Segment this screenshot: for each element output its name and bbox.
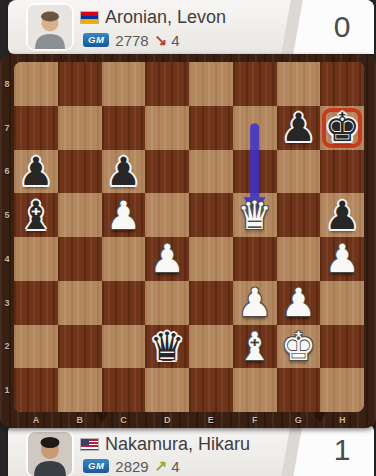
- piece-white-pawn-f3[interactable]: ♟: [233, 281, 277, 325]
- square-c1[interactable]: [102, 368, 146, 412]
- square-b7[interactable]: [58, 106, 102, 150]
- rating-trend-down-icon: ↘: [155, 31, 168, 49]
- gm-title-badge-top: GM: [83, 33, 109, 48]
- square-e4[interactable]: [189, 237, 233, 281]
- rank-label-1: 1: [0, 368, 14, 412]
- usa-flag-icon: [81, 439, 98, 450]
- piece-white-pawn-c5[interactable]: ♟: [102, 193, 146, 237]
- square-b4[interactable]: [58, 237, 102, 281]
- piece-white-queen-f5[interactable]: ♛: [233, 193, 277, 237]
- piece-black-queen-d2[interactable]: ♛: [145, 325, 189, 369]
- square-e3[interactable]: [189, 281, 233, 325]
- piece-black-king-h7[interactable]: ♚: [320, 106, 364, 150]
- piece-white-king-g2[interactable]: ♚: [277, 325, 321, 369]
- rank-label-3: 3: [0, 281, 14, 325]
- square-g5[interactable]: [277, 193, 321, 237]
- piece-black-pawn-h5[interactable]: ♟: [320, 193, 364, 237]
- square-f4[interactable]: [233, 237, 277, 281]
- square-c7[interactable]: [102, 106, 146, 150]
- armenia-flag-icon: [81, 12, 98, 23]
- file-labels: ABCDEFGH: [14, 412, 364, 428]
- square-a1[interactable]: [14, 368, 58, 412]
- rank-label-2: 2: [0, 325, 14, 369]
- square-f1[interactable]: [233, 368, 277, 412]
- square-e7[interactable]: [189, 106, 233, 150]
- square-b3[interactable]: [58, 281, 102, 325]
- gm-title-badge-bottom: GM: [83, 459, 109, 474]
- piece-black-pawn-a6[interactable]: ♟: [14, 150, 58, 194]
- piece-black-pawn-c6[interactable]: ♟: [102, 150, 146, 194]
- piece-white-pawn-g3[interactable]: ♟: [277, 281, 321, 325]
- square-e5[interactable]: [189, 193, 233, 237]
- player-rating-bottom: 2829: [115, 458, 148, 475]
- square-c4[interactable]: [102, 237, 146, 281]
- match-score-bottom: 1: [310, 424, 374, 476]
- square-d8[interactable]: [145, 62, 189, 106]
- square-e1[interactable]: [189, 368, 233, 412]
- piece-white-pawn-h4[interactable]: ♟: [320, 237, 364, 281]
- file-label-B: B: [58, 412, 102, 428]
- file-label-A: A: [14, 412, 58, 428]
- file-label-D: D: [145, 412, 189, 428]
- square-c3[interactable]: [102, 281, 146, 325]
- square-e2[interactable]: [189, 325, 233, 369]
- square-e8[interactable]: [189, 62, 233, 106]
- square-d5[interactable]: [145, 193, 189, 237]
- file-label-G: G: [277, 412, 321, 428]
- piece-white-bishop-f2[interactable]: ♝: [233, 325, 277, 369]
- rating-trend-value-bottom: 4: [171, 458, 179, 475]
- rating-trend-up-icon: ↗: [155, 457, 168, 475]
- chess-board: ♟♚♟♟♝♟♛♟♟♟♟♟♛♝♚: [14, 62, 364, 412]
- square-d3[interactable]: [145, 281, 189, 325]
- player-rating-top: 2778: [115, 32, 148, 49]
- square-a4[interactable]: [14, 237, 58, 281]
- square-b8[interactable]: [58, 62, 102, 106]
- square-d1[interactable]: [145, 368, 189, 412]
- square-g8[interactable]: [277, 62, 321, 106]
- rank-label-6: 6: [0, 150, 14, 194]
- square-h3[interactable]: [320, 281, 364, 325]
- piece-black-bishop-a5[interactable]: ♝: [14, 193, 58, 237]
- square-b5[interactable]: [58, 193, 102, 237]
- square-h6[interactable]: [320, 150, 364, 194]
- square-h2[interactable]: [320, 325, 364, 369]
- rank-label-5: 5: [0, 193, 14, 237]
- square-d7[interactable]: [145, 106, 189, 150]
- player-bar-top: Aronian, Levon GM 2778 ↘ 4 0: [8, 0, 374, 54]
- square-g1[interactable]: [277, 368, 321, 412]
- rank-label-8: 8: [0, 62, 14, 106]
- square-e6[interactable]: [189, 150, 233, 194]
- square-c8[interactable]: [102, 62, 146, 106]
- file-label-F: F: [233, 412, 277, 428]
- square-b2[interactable]: [58, 325, 102, 369]
- avatar-aronian: [28, 5, 72, 49]
- square-d6[interactable]: [145, 150, 189, 194]
- match-score-top: 0: [310, 0, 374, 54]
- file-label-E: E: [189, 412, 233, 428]
- piece-black-pawn-g7[interactable]: ♟: [277, 106, 321, 150]
- square-g6[interactable]: [277, 150, 321, 194]
- chess-app-screen: Aronian, Levon GM 2778 ↘ 4 0 ♟♚♟♟♝♟♛♟♟♟♟…: [0, 0, 376, 476]
- board-frame: ♟♚♟♟♝♟♛♟♟♟♟♟♛♝♚ 87654321 ABCDEFGH: [0, 54, 376, 428]
- square-f6[interactable]: [233, 150, 277, 194]
- square-a2[interactable]: [14, 325, 58, 369]
- square-a8[interactable]: [14, 62, 58, 106]
- avatar-nakamura: [28, 432, 72, 476]
- player-name-bottom: Nakamura, Hikaru: [105, 434, 250, 455]
- square-g4[interactable]: [277, 237, 321, 281]
- file-label-C: C: [102, 412, 146, 428]
- square-h8[interactable]: [320, 62, 364, 106]
- rank-label-4: 4: [0, 237, 14, 281]
- square-a7[interactable]: [14, 106, 58, 150]
- rank-label-7: 7: [0, 106, 14, 150]
- square-f8[interactable]: [233, 62, 277, 106]
- player-name-top: Aronian, Levon: [105, 7, 226, 28]
- square-h1[interactable]: [320, 368, 364, 412]
- square-c2[interactable]: [102, 325, 146, 369]
- square-f7[interactable]: [233, 106, 277, 150]
- square-b6[interactable]: [58, 150, 102, 194]
- square-a3[interactable]: [14, 281, 58, 325]
- square-b1[interactable]: [58, 368, 102, 412]
- piece-white-pawn-d4[interactable]: ♟: [145, 237, 189, 281]
- player-bar-bottom: Nakamura, Hikaru GM 2829 ↗ 4 1: [8, 424, 374, 476]
- file-label-H: H: [320, 412, 364, 428]
- rating-trend-value-top: 4: [171, 32, 179, 49]
